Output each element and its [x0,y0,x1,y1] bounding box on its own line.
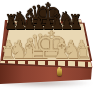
piece-bp-h7[interactable]: ♟ [70,17,83,32]
chess-set-photo: Wooden folding chess set with pieces in … [0,0,100,100]
piece-wr-h1[interactable]: ♜ [75,44,91,62]
brass-clasp[interactable] [57,68,62,76]
